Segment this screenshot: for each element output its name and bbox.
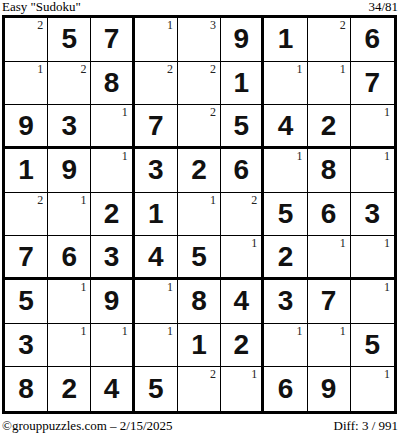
cell-r4c1[interactable]: 1 [5, 149, 48, 193]
cell-r9c8[interactable]: 9 [308, 367, 351, 411]
cell-r7c2[interactable]: 1 [48, 280, 91, 324]
cell-r6c1[interactable]: 7 [5, 236, 48, 280]
cell-r2c3[interactable]: 8 [91, 62, 134, 106]
digit: 7 [91, 18, 131, 61]
cell-r9c6[interactable]: 1 [221, 367, 264, 411]
cell-r8c5[interactable]: 1 [178, 324, 221, 368]
pencil-mark: 1 [251, 236, 257, 250]
digit: 3 [351, 193, 394, 236]
cell-r9c1[interactable]: 8 [5, 367, 48, 411]
cell-r1c8[interactable]: 2 [308, 18, 351, 62]
cell-r3c4[interactable]: 7 [135, 105, 178, 149]
cell-r2c7[interactable]: 1 [264, 62, 307, 106]
cell-r4c9[interactable]: 1 [351, 149, 394, 193]
cell-r2c6[interactable]: 1 [221, 62, 264, 106]
digit: 5 [221, 105, 261, 146]
pencil-mark: 1 [297, 324, 303, 338]
cell-r8c1[interactable]: 3 [5, 324, 48, 368]
pencil-mark: 2 [37, 193, 43, 207]
cell-r7c6[interactable]: 4 [221, 280, 264, 324]
pencil-mark: 1 [340, 236, 346, 250]
pencil-mark: 1 [384, 236, 390, 250]
cell-r8c6[interactable]: 2 [221, 324, 264, 368]
pencil-mark: 1 [384, 280, 390, 294]
pencil-mark: 1 [210, 193, 216, 207]
digit: 5 [135, 367, 177, 411]
footer: ©grouppuzzles.com – 2/15/2025 Diff: 3 / … [2, 419, 398, 433]
digit: 1 [264, 18, 306, 61]
digit: 7 [135, 105, 177, 146]
digit: 5 [264, 193, 306, 236]
cell-r3c3[interactable]: 1 [91, 105, 134, 149]
digit: 2 [264, 236, 306, 277]
cell-r5c7[interactable]: 5 [264, 193, 307, 237]
pencil-mark: 1 [384, 367, 390, 381]
pencil-mark: 1 [384, 149, 390, 163]
cell-r3c1[interactable]: 9 [5, 105, 48, 149]
digit: 9 [221, 18, 261, 61]
cell-r6c5[interactable]: 5 [178, 236, 221, 280]
pencil-mark: 1 [80, 193, 86, 207]
cell-r1c3[interactable]: 7 [91, 18, 134, 62]
cell-r4c5[interactable]: 2 [178, 149, 221, 193]
digit: 4 [264, 105, 306, 146]
cell-r5c9[interactable]: 3 [351, 193, 394, 237]
cell-r3c7[interactable]: 4 [264, 105, 307, 149]
digit: 9 [48, 149, 90, 192]
digit: 6 [221, 149, 261, 192]
digit: 5 [5, 280, 47, 323]
pencil-mark: 2 [37, 18, 43, 32]
digit: 3 [135, 149, 177, 192]
cell-r2c4[interactable]: 2 [135, 62, 178, 106]
copyright-text: ©grouppuzzles.com – 2/15/2025 [2, 419, 173, 433]
digit: 5 [351, 324, 394, 367]
pencil-mark: 1 [340, 62, 346, 76]
cell-r2c5[interactable]: 2 [178, 62, 221, 106]
pencil-mark: 2 [340, 18, 346, 32]
cell-r5c3[interactable]: 2 [91, 193, 134, 237]
digit: 7 [308, 280, 350, 323]
pencil-mark: 1 [297, 62, 303, 76]
cell-r1c5[interactable]: 3 [178, 18, 221, 62]
cell-r7c7[interactable]: 3 [264, 280, 307, 324]
cell-r3c8[interactable]: 2 [308, 105, 351, 149]
cell-r1c1[interactable]: 2 [5, 18, 48, 62]
page-title: Easy "Sudoku" [2, 0, 81, 14]
digit: 8 [308, 149, 350, 192]
pencil-mark: 2 [167, 62, 173, 76]
cell-r8c4[interactable]: 1 [135, 324, 178, 368]
cell-r9c9[interactable]: 1 [351, 367, 394, 411]
digit: 8 [91, 62, 131, 105]
pencil-mark: 1 [340, 324, 346, 338]
pencil-mark: 2 [210, 367, 216, 381]
digit: 6 [264, 367, 306, 411]
cell-r5c1[interactable]: 2 [5, 193, 48, 237]
pencil-mark: 1 [122, 324, 128, 338]
cell-r7c4[interactable]: 1 [135, 280, 178, 324]
digit: 7 [5, 236, 47, 277]
digit: 8 [178, 280, 220, 323]
cell-r7c9[interactable]: 1 [351, 280, 394, 324]
cell-r1c9[interactable]: 6 [351, 18, 394, 62]
digit: 4 [91, 367, 131, 411]
pencil-mark: 2 [80, 62, 86, 76]
cell-r6c2[interactable]: 6 [48, 236, 91, 280]
digit: 6 [351, 18, 394, 61]
cell-r1c2[interactable]: 5 [48, 18, 91, 62]
digit: 5 [48, 18, 90, 61]
digit: 9 [91, 280, 131, 323]
cell-r2c2[interactable]: 2 [48, 62, 91, 106]
cell-r3c6[interactable]: 5 [221, 105, 264, 149]
pencil-mark: 1 [80, 280, 86, 294]
cell-r8c9[interactable]: 5 [351, 324, 394, 368]
pencil-mark: 1 [80, 324, 86, 338]
digit: 1 [5, 149, 47, 192]
difficulty-label: Diff: 3 / 991 [334, 419, 398, 433]
cell-r6c4[interactable]: 4 [135, 236, 178, 280]
digit: 5 [178, 236, 220, 277]
cell-r2c9[interactable]: 7 [351, 62, 394, 106]
cell-r9c4[interactable]: 5 [135, 367, 178, 411]
cell-r4c6[interactable]: 6 [221, 149, 264, 193]
digit: 8 [5, 367, 47, 411]
cell-r5c6[interactable]: 2 [221, 193, 264, 237]
digit: 2 [178, 149, 220, 192]
cell-r6c9[interactable]: 1 [351, 236, 394, 280]
cell-r4c7[interactable]: 1 [264, 149, 307, 193]
pencil-mark: 1 [37, 62, 43, 76]
digit: 4 [221, 280, 261, 323]
digit: 3 [48, 105, 90, 146]
sudoku-board: 2571391261282211179317254211913261812121… [2, 15, 397, 414]
digit: 2 [48, 367, 90, 411]
cell-r1c4[interactable]: 1 [135, 18, 178, 62]
cell-r9c2[interactable]: 2 [48, 367, 91, 411]
pencil-mark: 3 [210, 18, 216, 32]
cell-r7c1[interactable]: 5 [5, 280, 48, 324]
digit: 1 [178, 324, 220, 367]
pencil-mark: 1 [122, 105, 128, 119]
digit: 4 [135, 236, 177, 277]
cell-r8c7[interactable]: 1 [264, 324, 307, 368]
cell-r7c5[interactable]: 8 [178, 280, 221, 324]
cell-r5c5[interactable]: 1 [178, 193, 221, 237]
cell-r4c3[interactable]: 1 [91, 149, 134, 193]
cell-r7c3[interactable]: 9 [91, 280, 134, 324]
pencil-mark: 1 [167, 18, 173, 32]
digit: 1 [135, 193, 177, 236]
cell-r9c5[interactable]: 2 [178, 367, 221, 411]
pencil-mark: 1 [297, 149, 303, 163]
cell-r1c6[interactable]: 9 [221, 18, 264, 62]
cell-r4c8[interactable]: 8 [308, 149, 351, 193]
digit: 3 [5, 324, 47, 367]
cell-r2c8[interactable]: 1 [308, 62, 351, 106]
pencil-mark: 2 [251, 193, 257, 207]
cell-r4c4[interactable]: 3 [135, 149, 178, 193]
cell-r5c2[interactable]: 1 [48, 193, 91, 237]
pencil-mark: 1 [122, 149, 128, 163]
digit: 7 [351, 62, 394, 105]
digit: 9 [5, 105, 47, 146]
digit: 2 [308, 105, 350, 146]
cell-r6c7[interactable]: 2 [264, 236, 307, 280]
puzzle-page: Easy "Sudoku" 34/81 25713912612822111793… [0, 0, 402, 437]
pencil-mark: 2 [210, 105, 216, 119]
cell-r6c3[interactable]: 3 [91, 236, 134, 280]
cell-r7c8[interactable]: 7 [308, 280, 351, 324]
digit: 1 [221, 62, 261, 105]
digit: 3 [264, 280, 306, 323]
digit: 2 [221, 324, 261, 367]
digit: 6 [308, 193, 350, 236]
pencil-mark: 1 [251, 367, 257, 381]
cell-r2c1[interactable]: 1 [5, 62, 48, 106]
progress-counter: 34/81 [368, 0, 398, 14]
cell-r4c2[interactable]: 9 [48, 149, 91, 193]
pencil-mark: 1 [167, 324, 173, 338]
pencil-mark: 2 [210, 62, 216, 76]
pencil-mark: 1 [384, 105, 390, 119]
digit: 9 [308, 367, 350, 411]
digit: 6 [48, 236, 90, 277]
cell-r8c2[interactable]: 1 [48, 324, 91, 368]
cell-r5c8[interactable]: 6 [308, 193, 351, 237]
cell-r1c7[interactable]: 1 [264, 18, 307, 62]
cell-r9c7[interactable]: 6 [264, 367, 307, 411]
cell-r3c9[interactable]: 1 [351, 105, 394, 149]
cell-r8c3[interactable]: 1 [91, 324, 134, 368]
cell-r6c8[interactable]: 1 [308, 236, 351, 280]
pencil-mark: 1 [167, 280, 173, 294]
cell-r6c6[interactable]: 1 [221, 236, 264, 280]
cell-r3c2[interactable]: 3 [48, 105, 91, 149]
cell-r8c8[interactable]: 1 [308, 324, 351, 368]
header: Easy "Sudoku" 34/81 [2, 0, 398, 15]
digit: 3 [91, 236, 131, 277]
cell-r5c4[interactable]: 1 [135, 193, 178, 237]
digit: 2 [91, 193, 131, 236]
cell-r9c3[interactable]: 4 [91, 367, 134, 411]
cell-r3c5[interactable]: 2 [178, 105, 221, 149]
